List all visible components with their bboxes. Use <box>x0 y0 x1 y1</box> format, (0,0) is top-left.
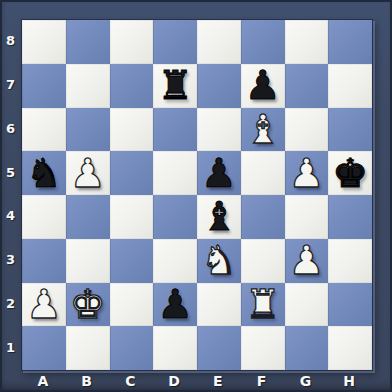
square-h6[interactable] <box>328 108 372 152</box>
square-h1[interactable] <box>328 326 372 370</box>
piece-white-pawn[interactable]: ♟ <box>26 283 62 326</box>
square-e6[interactable] <box>197 108 241 152</box>
piece-black-knight[interactable]: ♞ <box>26 152 62 195</box>
square-h5[interactable]: ♚ <box>328 151 372 195</box>
rank-label-8: 8 <box>0 19 21 63</box>
piece-black-king[interactable]: ♚ <box>332 152 368 195</box>
chess-board-frame: ♜♟♝♞♟♟♟♚♝♞♟♟♚♟♜ 87654321 ABCDEFGH <box>0 0 392 392</box>
square-a6[interactable] <box>22 108 66 152</box>
square-f6[interactable]: ♝ <box>241 108 285 152</box>
piece-black-pawn[interactable]: ♟ <box>201 152 237 195</box>
piece-white-king[interactable]: ♚ <box>70 283 106 326</box>
piece-black-pawn[interactable]: ♟ <box>245 64 281 107</box>
rank-label-3: 3 <box>0 238 21 282</box>
piece-white-knight[interactable]: ♞ <box>201 239 237 282</box>
file-label-d: D <box>152 372 196 390</box>
square-d3[interactable] <box>153 239 197 283</box>
rank-label-4: 4 <box>0 194 21 238</box>
piece-black-bishop[interactable]: ♝ <box>201 195 237 238</box>
square-g8[interactable] <box>285 20 329 64</box>
file-label-f: F <box>240 372 284 390</box>
square-a5[interactable]: ♞ <box>22 151 66 195</box>
piece-black-rook[interactable]: ♜ <box>157 64 193 107</box>
file-label-h: H <box>327 372 371 390</box>
rank-label-1: 1 <box>0 325 21 369</box>
square-b3[interactable] <box>66 239 110 283</box>
square-d4[interactable] <box>153 195 197 239</box>
square-c5[interactable] <box>110 151 154 195</box>
square-b8[interactable] <box>66 20 110 64</box>
square-e1[interactable] <box>197 326 241 370</box>
square-c4[interactable] <box>110 195 154 239</box>
square-a3[interactable] <box>22 239 66 283</box>
square-c3[interactable] <box>110 239 154 283</box>
square-e3[interactable]: ♞ <box>197 239 241 283</box>
rank-label-5: 5 <box>0 150 21 194</box>
piece-white-pawn[interactable]: ♟ <box>288 152 324 195</box>
rank-label-7: 7 <box>0 63 21 107</box>
square-c8[interactable] <box>110 20 154 64</box>
piece-white-rook[interactable]: ♜ <box>245 283 281 326</box>
square-b4[interactable] <box>66 195 110 239</box>
square-e8[interactable] <box>197 20 241 64</box>
square-h8[interactable] <box>328 20 372 64</box>
square-f7[interactable]: ♟ <box>241 64 285 108</box>
square-g7[interactable] <box>285 64 329 108</box>
square-f4[interactable] <box>241 195 285 239</box>
square-g4[interactable] <box>285 195 329 239</box>
square-g6[interactable] <box>285 108 329 152</box>
piece-white-pawn[interactable]: ♟ <box>70 152 106 195</box>
file-label-a: A <box>21 372 65 390</box>
square-a1[interactable] <box>22 326 66 370</box>
square-a4[interactable] <box>22 195 66 239</box>
square-c6[interactable] <box>110 108 154 152</box>
square-e5[interactable]: ♟ <box>197 151 241 195</box>
square-e4[interactable]: ♝ <box>197 195 241 239</box>
piece-white-pawn[interactable]: ♟ <box>288 239 324 282</box>
piece-white-bishop[interactable]: ♝ <box>245 108 281 151</box>
square-c7[interactable] <box>110 64 154 108</box>
square-f5[interactable] <box>241 151 285 195</box>
chess-board: ♜♟♝♞♟♟♟♚♝♞♟♟♚♟♜ <box>21 19 373 371</box>
file-label-e: E <box>196 372 240 390</box>
square-h3[interactable] <box>328 239 372 283</box>
square-f2[interactable]: ♜ <box>241 283 285 327</box>
square-f1[interactable] <box>241 326 285 370</box>
file-label-g: G <box>284 372 328 390</box>
square-g2[interactable] <box>285 283 329 327</box>
square-c1[interactable] <box>110 326 154 370</box>
file-label-b: B <box>65 372 109 390</box>
square-h2[interactable] <box>328 283 372 327</box>
square-b7[interactable] <box>66 64 110 108</box>
square-d2[interactable]: ♟ <box>153 283 197 327</box>
square-a7[interactable] <box>22 64 66 108</box>
square-d5[interactable] <box>153 151 197 195</box>
square-f8[interactable] <box>241 20 285 64</box>
square-h7[interactable] <box>328 64 372 108</box>
file-label-c: C <box>109 372 153 390</box>
square-b1[interactable] <box>66 326 110 370</box>
square-d6[interactable] <box>153 108 197 152</box>
square-e7[interactable] <box>197 64 241 108</box>
square-d8[interactable] <box>153 20 197 64</box>
rank-label-6: 6 <box>0 107 21 151</box>
piece-black-pawn[interactable]: ♟ <box>157 283 193 326</box>
square-a2[interactable]: ♟ <box>22 283 66 327</box>
square-b5[interactable]: ♟ <box>66 151 110 195</box>
square-g5[interactable]: ♟ <box>285 151 329 195</box>
square-d1[interactable] <box>153 326 197 370</box>
rank-label-2: 2 <box>0 282 21 326</box>
square-e2[interactable] <box>197 283 241 327</box>
square-a8[interactable] <box>22 20 66 64</box>
square-c2[interactable] <box>110 283 154 327</box>
square-g1[interactable] <box>285 326 329 370</box>
square-b6[interactable] <box>66 108 110 152</box>
square-d7[interactable]: ♜ <box>153 64 197 108</box>
square-f3[interactable] <box>241 239 285 283</box>
square-h4[interactable] <box>328 195 372 239</box>
square-b2[interactable]: ♚ <box>66 283 110 327</box>
square-g3[interactable]: ♟ <box>285 239 329 283</box>
